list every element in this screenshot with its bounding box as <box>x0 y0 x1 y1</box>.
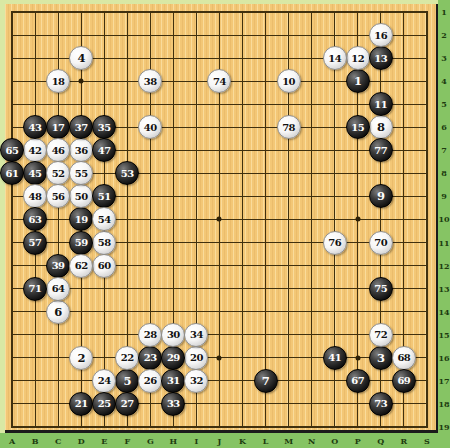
row-label-11: 11 <box>438 238 450 248</box>
stone-78-white: 78 <box>277 115 301 139</box>
stone-34-white: 34 <box>184 323 208 347</box>
stone-23-black: 23 <box>138 346 162 370</box>
stone-20-white: 20 <box>184 346 208 370</box>
star-point <box>79 79 84 84</box>
stone-60-white: 60 <box>92 254 116 278</box>
row-label-14: 14 <box>438 307 450 317</box>
stone-1-black: 1 <box>346 69 370 93</box>
stone-61-black: 61 <box>0 161 24 185</box>
row-label-8: 8 <box>438 168 450 178</box>
stone-5-black: 5 <box>115 369 139 393</box>
stone-77-black: 77 <box>369 138 393 162</box>
stone-21-black: 21 <box>69 392 93 416</box>
column-label-C: C <box>55 436 61 446</box>
stone-59-black: 59 <box>69 231 93 255</box>
go-board-frame: 1234567891011121314151617181920212223242… <box>0 0 450 448</box>
stone-2-white: 2 <box>69 346 93 370</box>
column-label-E: E <box>101 436 107 446</box>
stone-50-white: 50 <box>69 184 93 208</box>
stone-67-black: 67 <box>346 369 370 393</box>
row-label-12: 12 <box>438 261 450 271</box>
column-label-F: F <box>124 436 130 446</box>
column-label-N: N <box>308 436 315 446</box>
stone-47-black: 47 <box>92 138 116 162</box>
stone-68-white: 68 <box>392 346 416 370</box>
star-point <box>217 217 222 222</box>
stone-42-white: 42 <box>23 138 47 162</box>
stone-13-black: 13 <box>369 46 393 70</box>
stone-37-black: 37 <box>69 115 93 139</box>
stone-31-black: 31 <box>161 369 185 393</box>
column-label-R: R <box>401 436 408 446</box>
column-label-K: K <box>239 436 246 446</box>
star-point <box>355 217 360 222</box>
stone-12-white: 12 <box>346 46 370 70</box>
row-label-2: 2 <box>438 30 450 40</box>
stone-52-white: 52 <box>46 161 70 185</box>
stone-30-white: 30 <box>161 323 185 347</box>
stone-70-white: 70 <box>369 231 393 255</box>
row-label-3: 3 <box>438 53 450 63</box>
stone-74-white: 74 <box>207 69 231 93</box>
stone-6-white: 6 <box>46 300 70 324</box>
stone-16-white: 16 <box>369 23 393 47</box>
column-label-I: I <box>195 436 199 446</box>
stone-40-white: 40 <box>138 115 162 139</box>
column-label-P: P <box>355 436 361 446</box>
column-label-M: M <box>284 436 293 446</box>
stone-19-black: 19 <box>69 207 93 231</box>
stone-3-black: 3 <box>369 346 393 370</box>
stone-62-white: 62 <box>69 254 93 278</box>
stone-9-black: 9 <box>369 184 393 208</box>
row-label-13: 13 <box>438 284 450 294</box>
stone-55-white: 55 <box>69 161 93 185</box>
row-label-17: 17 <box>438 376 450 386</box>
row-label-15: 15 <box>438 330 450 340</box>
stone-39-black: 39 <box>46 254 70 278</box>
column-label-S: S <box>424 436 430 446</box>
stone-36-white: 36 <box>69 138 93 162</box>
stone-8-white: 8 <box>369 115 393 139</box>
stone-38-white: 38 <box>138 69 162 93</box>
stone-32-white: 32 <box>184 369 208 393</box>
stone-73-black: 73 <box>369 392 393 416</box>
row-label-19: 19 <box>438 422 450 432</box>
stone-43-black: 43 <box>23 115 47 139</box>
row-label-9: 9 <box>438 191 450 201</box>
stone-54-white: 54 <box>92 207 116 231</box>
stone-29-black: 29 <box>161 346 185 370</box>
stone-65-black: 65 <box>0 138 24 162</box>
row-label-16: 16 <box>438 353 450 363</box>
star-point <box>355 355 360 360</box>
stone-41-black: 41 <box>323 346 347 370</box>
column-label-D: D <box>78 436 85 446</box>
row-label-4: 4 <box>438 76 450 86</box>
column-label-H: H <box>170 436 178 446</box>
column-label-B: B <box>32 436 39 446</box>
stone-64-white: 64 <box>46 277 70 301</box>
stone-27-black: 27 <box>115 392 139 416</box>
column-label-L: L <box>263 436 269 446</box>
row-label-5: 5 <box>438 99 450 109</box>
stone-25-black: 25 <box>92 392 116 416</box>
column-label-O: O <box>331 436 338 446</box>
stone-76-white: 76 <box>323 231 347 255</box>
stone-57-black: 57 <box>23 231 47 255</box>
row-label-1: 1 <box>438 7 450 17</box>
stone-35-black: 35 <box>92 115 116 139</box>
stone-46-white: 46 <box>46 138 70 162</box>
row-label-10: 10 <box>438 214 450 224</box>
stone-45-black: 45 <box>23 161 47 185</box>
stone-51-black: 51 <box>92 184 116 208</box>
stone-7-black: 7 <box>254 369 278 393</box>
column-label-Q: Q <box>377 436 384 446</box>
stone-22-white: 22 <box>115 346 139 370</box>
stone-75-black: 75 <box>369 277 393 301</box>
stone-15-black: 15 <box>346 115 370 139</box>
stone-58-white: 58 <box>92 231 116 255</box>
stone-33-black: 33 <box>161 392 185 416</box>
stone-63-black: 63 <box>23 207 47 231</box>
stone-69-black: 69 <box>392 369 416 393</box>
stone-18-white: 18 <box>46 69 70 93</box>
row-label-7: 7 <box>438 145 450 155</box>
stone-11-black: 11 <box>369 92 393 116</box>
row-label-6: 6 <box>438 122 450 132</box>
stone-26-white: 26 <box>138 369 162 393</box>
stone-28-white: 28 <box>138 323 162 347</box>
stone-14-white: 14 <box>323 46 347 70</box>
stone-56-white: 56 <box>46 184 70 208</box>
stone-17-black: 17 <box>46 115 70 139</box>
column-label-A: A <box>9 436 15 446</box>
stone-53-black: 53 <box>115 161 139 185</box>
column-label-J: J <box>218 436 222 446</box>
row-label-18: 18 <box>438 399 450 409</box>
stone-48-white: 48 <box>23 184 47 208</box>
stone-10-white: 10 <box>277 69 301 93</box>
stone-72-white: 72 <box>369 323 393 347</box>
stone-24-white: 24 <box>92 369 116 393</box>
stone-4-white: 4 <box>69 46 93 70</box>
column-label-G: G <box>147 436 154 446</box>
stone-71-black: 71 <box>23 277 47 301</box>
star-point <box>217 355 222 360</box>
